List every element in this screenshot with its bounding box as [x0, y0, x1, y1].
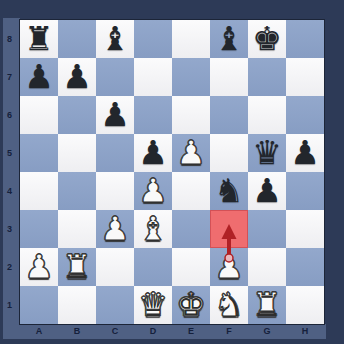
square-g8[interactable]: ♚: [248, 20, 286, 58]
piece-black-queen: ♛: [252, 134, 282, 172]
file-label-b: B: [58, 324, 96, 339]
square-a1[interactable]: [20, 286, 58, 324]
square-d3[interactable]: ♝: [134, 210, 172, 248]
chess-board: ♜♝♝♚♟♟♟♟♟♛♟♟♞♟♟♝♟♜♟♛♚♞♜: [20, 20, 324, 324]
square-h5[interactable]: ♟: [286, 134, 324, 172]
piece-black-bishop: ♝: [214, 20, 244, 58]
square-c2[interactable]: [96, 248, 134, 286]
piece-white-king: ♚: [176, 286, 206, 324]
square-d4[interactable]: ♟: [134, 172, 172, 210]
square-b1[interactable]: [58, 286, 96, 324]
square-h7[interactable]: [286, 58, 324, 96]
piece-white-pawn: ♟: [100, 210, 130, 248]
square-b2[interactable]: ♜: [58, 248, 96, 286]
file-label-e: E: [172, 324, 210, 339]
square-e1[interactable]: ♚: [172, 286, 210, 324]
square-c6[interactable]: ♟: [96, 96, 134, 134]
piece-white-rook: ♜: [252, 286, 282, 324]
square-g3[interactable]: [248, 210, 286, 248]
file-label-g: G: [248, 324, 286, 339]
square-d2[interactable]: [134, 248, 172, 286]
square-g2[interactable]: [248, 248, 286, 286]
piece-white-rook: ♜: [62, 248, 92, 286]
square-c8[interactable]: ♝: [96, 20, 134, 58]
square-e4[interactable]: [172, 172, 210, 210]
piece-black-king: ♚: [252, 20, 282, 58]
square-c4[interactable]: [96, 172, 134, 210]
square-h2[interactable]: [286, 248, 324, 286]
piece-white-knight: ♞: [214, 286, 244, 324]
square-b7[interactable]: ♟: [58, 58, 96, 96]
rank-label-6: 6: [0, 96, 19, 134]
square-a2[interactable]: ♟: [20, 248, 58, 286]
square-f2[interactable]: ♟: [210, 248, 248, 286]
square-g7[interactable]: [248, 58, 286, 96]
square-g5[interactable]: ♛: [248, 134, 286, 172]
piece-black-knight: ♞: [214, 172, 244, 210]
file-label-d: D: [134, 324, 172, 339]
square-g1[interactable]: ♜: [248, 286, 286, 324]
square-c1[interactable]: [96, 286, 134, 324]
piece-white-pawn: ♟: [138, 172, 168, 210]
square-c5[interactable]: [96, 134, 134, 172]
square-c3[interactable]: ♟: [96, 210, 134, 248]
piece-white-pawn: ♟: [214, 248, 244, 286]
square-f3[interactable]: [210, 210, 248, 248]
square-e5[interactable]: ♟: [172, 134, 210, 172]
piece-black-pawn: ♟: [138, 134, 168, 172]
square-a4[interactable]: [20, 172, 58, 210]
square-e7[interactable]: [172, 58, 210, 96]
piece-black-pawn: ♟: [24, 58, 54, 96]
rank-label-8: 8: [0, 20, 19, 58]
rank-label-1: 1: [0, 286, 19, 324]
square-f7[interactable]: [210, 58, 248, 96]
square-d5[interactable]: ♟: [134, 134, 172, 172]
square-h6[interactable]: [286, 96, 324, 134]
file-label-a: A: [20, 324, 58, 339]
square-d8[interactable]: [134, 20, 172, 58]
square-a6[interactable]: [20, 96, 58, 134]
square-e2[interactable]: [172, 248, 210, 286]
square-h3[interactable]: [286, 210, 324, 248]
square-e8[interactable]: [172, 20, 210, 58]
square-h1[interactable]: [286, 286, 324, 324]
piece-white-pawn: ♟: [24, 248, 54, 286]
piece-white-bishop: ♝: [138, 210, 168, 248]
square-g6[interactable]: [248, 96, 286, 134]
square-f5[interactable]: [210, 134, 248, 172]
file-label-c: C: [96, 324, 134, 339]
square-e3[interactable]: [172, 210, 210, 248]
square-d6[interactable]: [134, 96, 172, 134]
square-d1[interactable]: ♛: [134, 286, 172, 324]
piece-black-rook: ♜: [24, 20, 54, 58]
rank-label-3: 3: [0, 210, 19, 248]
chess-board-frame: ♜♝♝♚♟♟♟♟♟♛♟♟♞♟♟♝♟♜♟♛♚♞♜ 87654321ABCDEFGH: [0, 0, 344, 344]
square-b6[interactable]: [58, 96, 96, 134]
square-b5[interactable]: [58, 134, 96, 172]
rank-label-2: 2: [0, 248, 19, 286]
square-h4[interactable]: [286, 172, 324, 210]
square-d7[interactable]: [134, 58, 172, 96]
square-b4[interactable]: [58, 172, 96, 210]
square-h8[interactable]: [286, 20, 324, 58]
file-label-f: F: [210, 324, 248, 339]
square-f1[interactable]: ♞: [210, 286, 248, 324]
square-g4[interactable]: ♟: [248, 172, 286, 210]
file-label-h: H: [286, 324, 324, 339]
square-c7[interactable]: [96, 58, 134, 96]
square-f8[interactable]: ♝: [210, 20, 248, 58]
rank-label-7: 7: [0, 58, 19, 96]
square-f6[interactable]: [210, 96, 248, 134]
square-b8[interactable]: [58, 20, 96, 58]
piece-black-pawn: ♟: [62, 58, 92, 96]
piece-white-pawn: ♟: [176, 134, 206, 172]
piece-white-queen: ♛: [138, 286, 168, 324]
square-a8[interactable]: ♜: [20, 20, 58, 58]
piece-black-pawn: ♟: [100, 96, 130, 134]
piece-black-pawn: ♟: [290, 134, 320, 172]
square-b3[interactable]: [58, 210, 96, 248]
rank-label-5: 5: [0, 134, 19, 172]
square-e6[interactable]: [172, 96, 210, 134]
piece-black-bishop: ♝: [100, 20, 130, 58]
square-a5[interactable]: [20, 134, 58, 172]
square-f4[interactable]: ♞: [210, 172, 248, 210]
piece-black-pawn: ♟: [252, 172, 282, 210]
square-a7[interactable]: ♟: [20, 58, 58, 96]
rank-label-4: 4: [0, 172, 19, 210]
square-a3[interactable]: [20, 210, 58, 248]
